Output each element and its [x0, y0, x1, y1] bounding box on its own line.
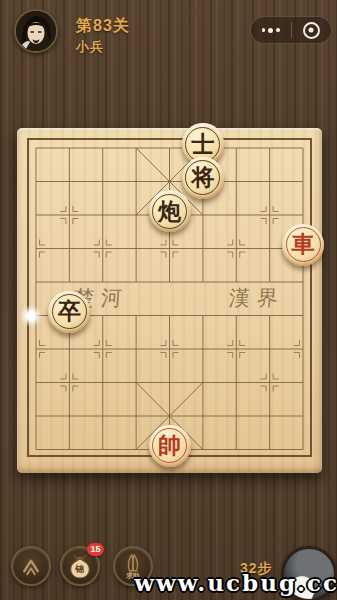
three-dots-icon [262, 28, 280, 33]
piece-black-cannon[interactable]: 炮 [149, 190, 191, 232]
more-button[interactable] [251, 17, 291, 43]
piece-red-general[interactable]: 帥 [149, 425, 191, 467]
app-screen: 第83关 小兵 楚河 漢界 士将炮車卒帥 锦 15 [0, 0, 337, 600]
wechat-capsule [250, 16, 332, 44]
tips-count-badge: 15 [87, 543, 104, 556]
bag-char: 锦 [75, 564, 85, 574]
player-face-icon [16, 11, 56, 51]
player-avatar[interactable] [14, 9, 58, 53]
xiangqi-board[interactable]: 楚河 漢界 士将炮車卒帥 [17, 128, 322, 473]
river-label-right: 漢界 [228, 284, 286, 312]
player-rank: 小兵 [76, 38, 104, 56]
chevron-up-icon [16, 551, 46, 581]
move-hint-dot [20, 305, 42, 327]
exit-button[interactable] [292, 17, 332, 43]
piece-red-chariot[interactable]: 車 [282, 224, 324, 266]
circle-dot-icon [303, 22, 320, 39]
piece-black-general[interactable]: 将 [182, 157, 224, 199]
collapse-button[interactable] [11, 546, 51, 586]
tips-bag-button[interactable]: 锦 15 [60, 546, 100, 586]
watermark: www.ucbug.cc [134, 569, 337, 596]
level-title: 第83关 [76, 16, 130, 37]
piece-black-soldier[interactable]: 卒 [48, 291, 90, 333]
